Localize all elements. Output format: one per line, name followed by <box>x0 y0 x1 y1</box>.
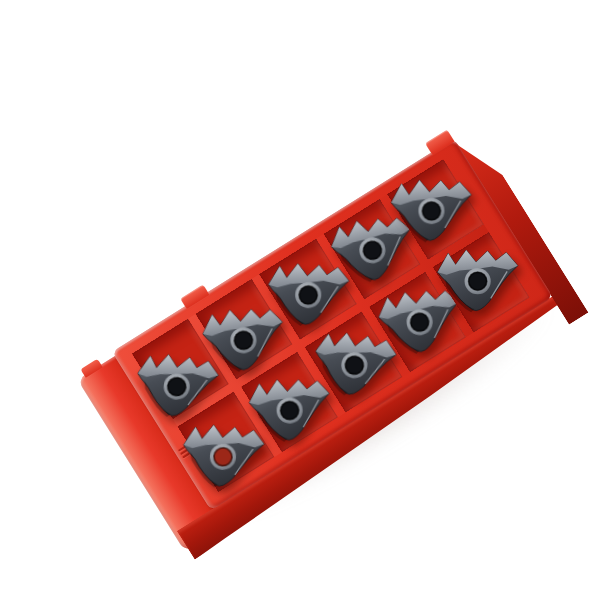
compartment-grid <box>132 159 530 492</box>
product-photo <box>0 0 600 600</box>
lid-clip-tab <box>80 359 102 378</box>
threading-insert <box>389 173 472 246</box>
insert-box <box>112 138 553 510</box>
threading-insert-graphic <box>389 173 472 246</box>
lid-lock-tab <box>425 130 454 156</box>
threading-insert <box>436 244 518 316</box>
threading-insert-graphic <box>436 244 518 316</box>
